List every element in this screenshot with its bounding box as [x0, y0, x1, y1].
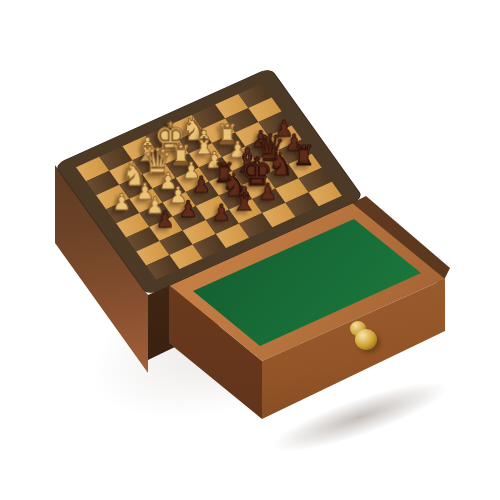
piece-black-pawn[interactable]: ♟ — [192, 173, 211, 196]
product-photo-stage: ♝♚♞♞♛♜♝♜♟♟♟♟♟♟♟♟♟♟♟♜♝♛♟♟♟♞♚♞♜♟♝♟ — [0, 0, 500, 500]
drawer-knob[interactable] — [355, 329, 377, 350]
piece-white-pawn[interactable]: ♟ — [112, 191, 131, 214]
piece-black-pawn[interactable]: ♟ — [179, 198, 198, 221]
piece-black-pawn[interactable]: ♟ — [259, 181, 278, 204]
piece-black-pawn[interactable]: ♟ — [156, 208, 175, 231]
piece-black-rook[interactable]: ♜ — [293, 142, 315, 169]
piece-black-pawn[interactable]: ♟ — [212, 202, 231, 225]
